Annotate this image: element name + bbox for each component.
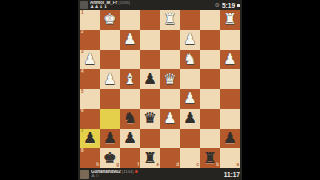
square-e8[interactable]: e♜	[140, 148, 160, 168]
square-c6[interactable]: ♟	[180, 109, 200, 129]
square-b2[interactable]	[200, 30, 220, 50]
player-captured-pieces: ♙♘	[91, 174, 138, 179]
black-pawn: ♟	[223, 131, 236, 146]
square-d5[interactable]	[160, 89, 180, 109]
white-bishop: ♝	[123, 72, 136, 87]
square-g5[interactable]	[100, 89, 120, 109]
file-label-g: g	[116, 163, 119, 168]
square-c8[interactable]: c	[180, 148, 200, 168]
opponent-captured-pieces: ♟♟♝♝	[90, 5, 130, 10]
square-f5[interactable]	[120, 89, 140, 109]
square-e3[interactable]	[140, 50, 160, 70]
square-e6[interactable]: ♛	[140, 109, 160, 129]
opponent-bar: Anmol_M_Fr (1193) ♟♟♝♝ ⚙ 5:19	[78, 0, 242, 10]
square-e7[interactable]	[140, 129, 160, 149]
rank-label-7: 7	[81, 129, 84, 134]
white-pawn: ♟	[183, 32, 196, 47]
white-rook: ♜	[223, 12, 236, 27]
player-avatar[interactable]	[80, 170, 89, 179]
square-d2[interactable]	[160, 30, 180, 50]
square-e5[interactable]	[140, 89, 160, 109]
square-h8[interactable]: 8h	[80, 148, 100, 168]
file-label-a: a	[236, 163, 239, 168]
square-b6[interactable]	[200, 109, 220, 129]
player-clock-group: 11:17	[224, 171, 240, 178]
white-knight: ♞	[183, 52, 196, 67]
file-label-d: d	[176, 163, 179, 168]
square-h2[interactable]: 2	[80, 30, 100, 50]
square-g1[interactable]: ♚	[100, 10, 120, 30]
white-rook: ♜	[163, 12, 176, 27]
player-info: Gunanand902 (1144) ♙♘	[91, 170, 138, 179]
white-pawn: ♟	[163, 111, 176, 126]
black-rook: ♜	[143, 151, 156, 166]
square-g6[interactable]	[100, 109, 120, 129]
square-d1[interactable]: ♜	[160, 10, 180, 30]
letterbox-left	[0, 0, 78, 180]
square-a7[interactable]: ♟	[220, 129, 240, 149]
menu-icon[interactable]	[237, 4, 240, 7]
file-label-e: e	[156, 163, 159, 168]
square-f8[interactable]: f	[120, 148, 140, 168]
square-h3[interactable]: 3♟	[80, 50, 100, 70]
player-bar: Gunanand902 (1144) ♙♘ 11:17	[78, 168, 242, 180]
square-h7[interactable]: 7♟	[80, 129, 100, 149]
square-b8[interactable]: b♜	[200, 148, 220, 168]
opponent-avatar[interactable]	[80, 1, 88, 9]
file-label-h: h	[96, 163, 99, 168]
chess-board: 1♚♜♜2♟♟3♟♞♟4♟♝♟♛5♟6♞♛♟♟7♟♟♟♟8hg♚fe♜dcb♜a	[80, 10, 240, 168]
file-label-f: f	[138, 163, 140, 168]
rank-label-8: 8	[81, 149, 84, 154]
black-pawn: ♟	[123, 131, 136, 146]
black-king: ♚	[103, 151, 116, 166]
square-c1[interactable]	[180, 10, 200, 30]
black-pawn: ♟	[83, 131, 96, 146]
square-h1[interactable]: 1	[80, 10, 100, 30]
settings-gear-icon[interactable]: ⚙	[215, 2, 220, 8]
square-f1[interactable]	[120, 10, 140, 30]
opponent-info: Anmol_M_Fr (1193) ♟♟♝♝	[90, 1, 130, 10]
square-g8[interactable]: g♚	[100, 148, 120, 168]
square-c4[interactable]	[180, 69, 200, 89]
square-e4[interactable]: ♟	[140, 69, 160, 89]
square-g7[interactable]: ♟	[100, 129, 120, 149]
square-h4[interactable]: 4	[80, 69, 100, 89]
square-c5[interactable]: ♟	[180, 89, 200, 109]
square-a8[interactable]: a	[220, 148, 240, 168]
white-queen: ♛	[163, 72, 176, 87]
player-clock: 11:17	[224, 171, 240, 178]
square-b7[interactable]	[200, 129, 220, 149]
rank-label-1: 1	[81, 11, 84, 16]
square-g4[interactable]: ♟	[100, 69, 120, 89]
square-f3[interactable]	[120, 50, 140, 70]
black-knight: ♞	[123, 111, 136, 126]
rank-label-6: 6	[81, 109, 84, 114]
black-pawn: ♟	[183, 111, 196, 126]
square-a4[interactable]	[220, 69, 240, 89]
square-d7[interactable]	[160, 129, 180, 149]
square-f7[interactable]: ♟	[120, 129, 140, 149]
black-pawn: ♟	[103, 131, 116, 146]
square-g3[interactable]	[100, 50, 120, 70]
square-b4[interactable]	[200, 69, 220, 89]
square-a6[interactable]	[220, 109, 240, 129]
white-pawn: ♟	[123, 32, 136, 47]
square-c2[interactable]: ♟	[180, 30, 200, 50]
square-a5[interactable]	[220, 89, 240, 109]
square-c3[interactable]: ♞	[180, 50, 200, 70]
rank-label-2: 2	[81, 30, 84, 35]
rank-label-4: 4	[81, 70, 84, 75]
opponent-clock-group: ⚙ 5:19	[215, 2, 240, 9]
black-rook: ♜	[203, 151, 216, 166]
rank-label-5: 5	[81, 90, 84, 95]
white-pawn: ♟	[83, 52, 96, 67]
black-pawn: ♟	[143, 72, 156, 87]
square-d8[interactable]: d	[160, 148, 180, 168]
square-h6[interactable]: 6	[80, 109, 100, 129]
square-c7[interactable]	[180, 129, 200, 149]
white-king: ♚	[103, 12, 116, 27]
square-a3[interactable]: ♟	[220, 50, 240, 70]
square-a2[interactable]	[220, 30, 240, 50]
white-pawn: ♟	[103, 72, 116, 87]
screenshot-stage: Anmol_M_Fr (1193) ♟♟♝♝ ⚙ 5:19 1♚♜♜2♟♟3♟♞…	[0, 0, 320, 180]
square-e1[interactable]	[140, 10, 160, 30]
flair-icon	[135, 170, 138, 173]
opponent-clock: 5:19	[222, 2, 235, 9]
rank-label-3: 3	[81, 50, 84, 55]
square-a1[interactable]: ♜	[220, 10, 240, 30]
square-b1[interactable]	[200, 10, 220, 30]
white-pawn: ♟	[183, 91, 196, 106]
square-d3[interactable]	[160, 50, 180, 70]
letterbox-right	[242, 0, 320, 180]
black-queen: ♛	[143, 111, 156, 126]
square-d4[interactable]: ♛	[160, 69, 180, 89]
file-label-c: c	[196, 163, 199, 168]
chess-app-frame: Anmol_M_Fr (1193) ♟♟♝♝ ⚙ 5:19 1♚♜♜2♟♟3♟♞…	[78, 0, 242, 180]
square-d6[interactable]: ♟	[160, 109, 180, 129]
file-label-b: b	[216, 163, 219, 168]
square-e2[interactable]	[140, 30, 160, 50]
square-h5[interactable]: 5	[80, 89, 100, 109]
white-pawn: ♟	[223, 52, 236, 67]
square-g2[interactable]	[100, 30, 120, 50]
square-f4[interactable]: ♝	[120, 69, 140, 89]
square-b5[interactable]	[200, 89, 220, 109]
square-f2[interactable]: ♟	[120, 30, 140, 50]
square-b3[interactable]	[200, 50, 220, 70]
square-f6[interactable]: ♞	[120, 109, 140, 129]
